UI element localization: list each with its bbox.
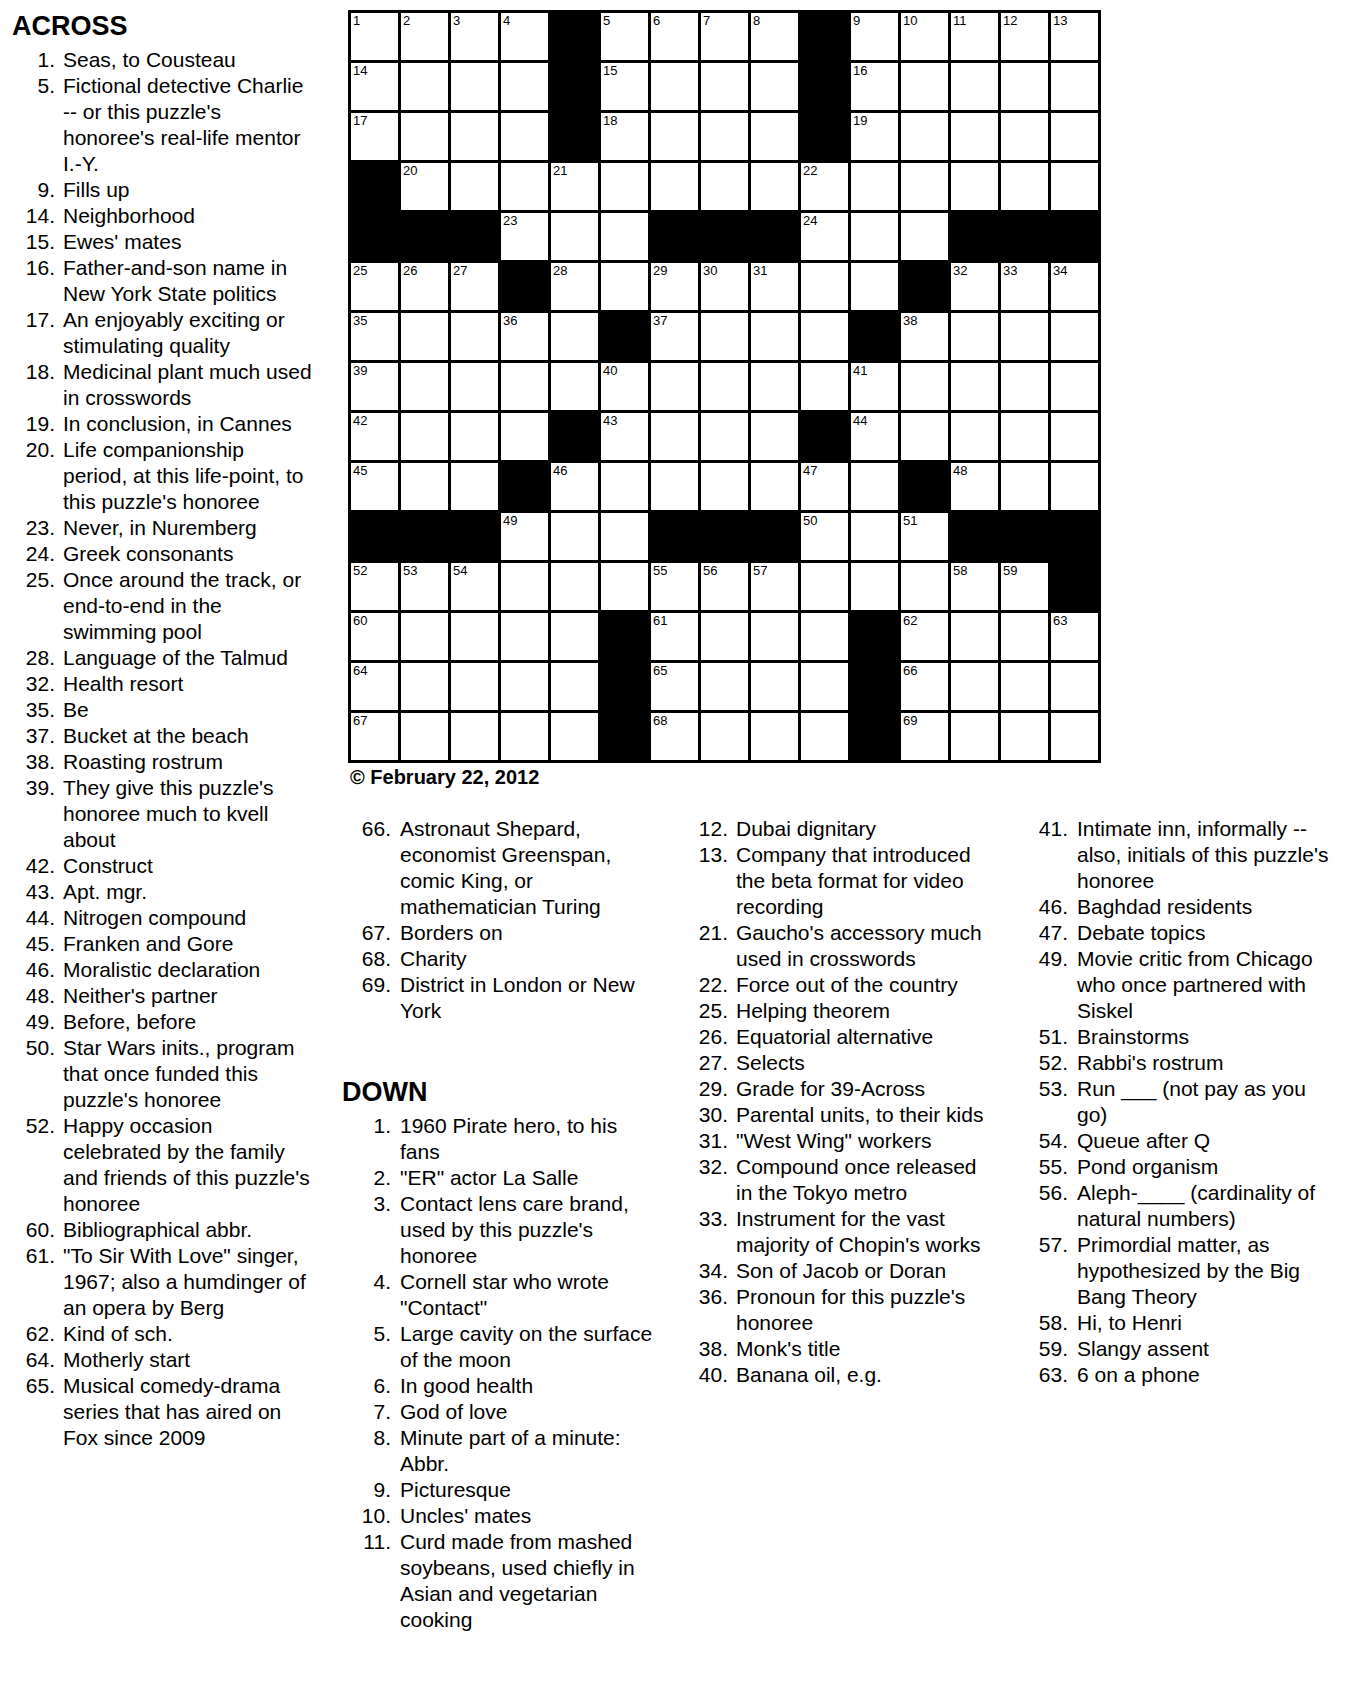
grid-cell[interactable] <box>1051 363 1098 410</box>
grid-cell[interactable] <box>851 513 898 560</box>
grid-cell[interactable]: 26 <box>401 263 448 310</box>
grid-cell[interactable] <box>1051 63 1098 110</box>
grid-cell[interactable]: 57 <box>751 563 798 610</box>
grid-cell[interactable]: 51 <box>901 513 948 560</box>
down-header: DOWN <box>342 1078 662 1106</box>
clue-text: Parental units, to their kids <box>736 1102 985 1128</box>
clue-text: Star Wars inits., program that once fund… <box>63 1035 312 1113</box>
grid-cell[interactable] <box>501 413 548 460</box>
grid-cell[interactable]: 28 <box>551 263 598 310</box>
grid-cell[interactable] <box>851 463 898 510</box>
cell-number: 56 <box>703 563 717 578</box>
grid-cell[interactable] <box>701 663 748 710</box>
grid-cell[interactable] <box>601 563 648 610</box>
clue-down-38: 38.Monk's title <box>649 1336 985 1362</box>
grid-cell[interactable]: 67 <box>351 713 398 760</box>
grid-cell[interactable]: 12 <box>1001 13 1048 60</box>
grid-cell[interactable]: 19 <box>851 113 898 160</box>
clue-text: Gaucho's accessory much used in crosswor… <box>736 920 985 972</box>
grid-cell[interactable] <box>501 713 548 760</box>
cell-number: 35 <box>353 313 367 328</box>
clue-across-23: 23.Never, in Nuremberg <box>10 515 312 541</box>
clue-text: Primordial matter, as hypothesized by th… <box>1077 1232 1336 1310</box>
cell-number: 39 <box>353 363 367 378</box>
grid-cell[interactable] <box>801 363 848 410</box>
clue-number: 56. <box>958 1180 1077 1206</box>
clue-text: Hi, to Henri <box>1077 1310 1336 1336</box>
clue-across-68: 68.Charity <box>340 946 662 972</box>
block-cell <box>851 713 898 760</box>
grid-cell[interactable]: 27 <box>451 263 498 310</box>
cell-number: 31 <box>753 263 767 278</box>
clue-number: 31. <box>649 1128 736 1154</box>
grid-cell[interactable] <box>401 413 448 460</box>
grid-cell[interactable] <box>951 63 998 110</box>
grid-cell[interactable]: 13 <box>1051 13 1098 60</box>
grid-cell[interactable]: 54 <box>451 563 498 610</box>
grid-cell[interactable]: 20 <box>401 163 448 210</box>
cell-number: 63 <box>1053 613 1067 628</box>
grid-cell[interactable] <box>451 313 498 360</box>
grid-cell[interactable] <box>601 213 648 260</box>
grid-cell[interactable] <box>551 513 598 560</box>
grid-cell[interactable] <box>1051 713 1098 760</box>
grid-cell[interactable] <box>501 113 548 160</box>
grid-cell[interactable] <box>901 563 948 610</box>
grid-cell[interactable] <box>1001 663 1048 710</box>
block-cell <box>601 613 648 660</box>
clue-text: Large cavity on the surface of the moon <box>400 1321 662 1373</box>
grid-cell[interactable]: 68 <box>651 713 698 760</box>
grid-cell[interactable] <box>501 663 548 710</box>
clue-number: 27. <box>649 1050 736 1076</box>
grid-cell[interactable] <box>601 513 648 560</box>
clue-across-69: 69.District in London or New York <box>340 972 662 1024</box>
grid-cell[interactable]: 11 <box>951 13 998 60</box>
clue-across-49: 49.Before, before <box>10 1009 312 1035</box>
grid-cell[interactable] <box>551 363 598 410</box>
grid-cell[interactable] <box>451 463 498 510</box>
grid-cell[interactable]: 23 <box>501 213 548 260</box>
grid-cell[interactable] <box>451 163 498 210</box>
grid-cell[interactable] <box>401 113 448 160</box>
grid-cell[interactable] <box>751 613 798 660</box>
grid-cell[interactable] <box>1051 163 1098 210</box>
grid-cell[interactable]: 46 <box>551 463 598 510</box>
grid-cell[interactable]: 37 <box>651 313 698 360</box>
clue-down-55: 55.Pond organism <box>958 1154 1336 1180</box>
grid-cell[interactable]: 44 <box>851 413 898 460</box>
grid-cell[interactable]: 35 <box>351 313 398 360</box>
down-clue-list-1: 1.1960 Pirate hero, to his fans2."ER" ac… <box>340 1113 662 1633</box>
cell-number: 36 <box>503 313 517 328</box>
grid-cell[interactable] <box>1051 113 1098 160</box>
clue-number: 60. <box>10 1217 63 1243</box>
clue-text: Brainstorms <box>1077 1024 1336 1050</box>
grid-cell[interactable] <box>601 163 648 210</box>
clue-number: 57. <box>958 1232 1077 1258</box>
clue-down-1: 1.1960 Pirate hero, to his fans <box>340 1113 662 1165</box>
grid-cell[interactable]: 21 <box>551 163 598 210</box>
clue-across-17: 17.An enjoyably exciting or stimulating … <box>10 307 312 359</box>
cell-number: 20 <box>403 163 417 178</box>
grid-cell[interactable]: 65 <box>651 663 698 710</box>
grid-cell[interactable] <box>401 363 448 410</box>
grid-cell[interactable] <box>551 663 598 710</box>
grid-cell[interactable]: 14 <box>351 63 398 110</box>
clue-number: 25. <box>649 998 736 1024</box>
clue-text: District in London or New York <box>400 972 662 1024</box>
grid-cell[interactable]: 61 <box>651 613 698 660</box>
clue-number: 67. <box>340 920 400 946</box>
grid-cell[interactable] <box>401 713 448 760</box>
grid-cell[interactable] <box>451 663 498 710</box>
grid-cell[interactable]: 47 <box>801 463 848 510</box>
grid-cell[interactable] <box>801 713 848 760</box>
grid-cell[interactable]: 22 <box>801 163 848 210</box>
grid-cell[interactable]: 5 <box>601 13 648 60</box>
block-cell <box>601 663 648 710</box>
clue-down-25: 25.Helping theorem <box>649 998 985 1024</box>
grid-cell[interactable] <box>1001 413 1048 460</box>
cell-number: 47 <box>803 463 817 478</box>
clue-number: 54. <box>958 1128 1077 1154</box>
grid-cell[interactable] <box>501 613 548 660</box>
clue-down-59: 59.Slangy assent <box>958 1336 1336 1362</box>
grid-cell[interactable]: 39 <box>351 363 398 410</box>
grid-cell[interactable]: 52 <box>351 563 398 610</box>
grid-cell[interactable] <box>701 113 748 160</box>
grid-cell[interactable]: 31 <box>751 263 798 310</box>
block-cell <box>351 163 398 210</box>
grid-cell[interactable]: 33 <box>1001 263 1048 310</box>
grid-cell[interactable] <box>701 313 748 360</box>
grid-cell[interactable]: 16 <box>851 63 898 110</box>
block-cell <box>401 213 448 260</box>
grid-cell[interactable] <box>901 413 948 460</box>
clue-column-3: 12.Dubai dignitary13.Company that introd… <box>649 816 985 1388</box>
clue-number: 61. <box>10 1243 63 1269</box>
clue-number: 46. <box>10 957 63 983</box>
grid-cell[interactable] <box>1001 613 1048 660</box>
grid-cell[interactable] <box>401 313 448 360</box>
grid-cell[interactable] <box>751 113 798 160</box>
grid-cell[interactable] <box>551 213 598 260</box>
grid-cell[interactable] <box>901 63 948 110</box>
grid-cell[interactable]: 45 <box>351 463 398 510</box>
grid-cell[interactable]: 60 <box>351 613 398 660</box>
grid-cell[interactable] <box>951 613 998 660</box>
clue-text: Life companionship period, at this life-… <box>63 437 312 515</box>
clue-number: 37. <box>10 723 63 749</box>
grid-cell[interactable]: 32 <box>951 263 998 310</box>
grid-cell[interactable] <box>851 563 898 610</box>
grid-cell[interactable]: 59 <box>1001 563 1048 610</box>
grid-cell[interactable] <box>851 213 898 260</box>
grid-cell[interactable]: 38 <box>901 313 948 360</box>
clue-number: 33. <box>649 1206 736 1232</box>
clue-down-31: 31."West Wing" workers <box>649 1128 985 1154</box>
clue-across-35: 35.Be <box>10 697 312 723</box>
grid-cell[interactable] <box>751 63 798 110</box>
grid-cell[interactable] <box>451 613 498 660</box>
clue-text: Monk's title <box>736 1336 985 1362</box>
clue-number: 13. <box>649 842 736 868</box>
grid-cell[interactable] <box>401 63 448 110</box>
grid-cell[interactable]: 49 <box>501 513 548 560</box>
cell-number: 67 <box>353 713 367 728</box>
clue-text: Be <box>63 697 312 723</box>
grid-cell[interactable] <box>751 313 798 360</box>
down-clue-list-3: 41.Intimate inn, informally -- also, ini… <box>958 816 1336 1388</box>
grid-cell[interactable]: 69 <box>901 713 948 760</box>
grid-cell[interactable] <box>451 413 498 460</box>
clue-down-9: 9.Picturesque <box>340 1477 662 1503</box>
clue-down-30: 30.Parental units, to their kids <box>649 1102 985 1128</box>
clue-across-37: 37.Bucket at the beach <box>10 723 312 749</box>
grid-cell[interactable] <box>551 713 598 760</box>
grid-cell[interactable] <box>651 63 698 110</box>
grid-cell[interactable] <box>551 613 598 660</box>
grid-cell[interactable] <box>1051 463 1098 510</box>
grid-cell[interactable] <box>901 163 948 210</box>
grid-cell[interactable]: 24 <box>801 213 848 260</box>
clue-number: 16. <box>10 255 63 281</box>
grid-cell[interactable]: 66 <box>901 663 948 710</box>
grid-cell[interactable] <box>1051 663 1098 710</box>
clue-number: 10. <box>340 1503 400 1529</box>
cell-number: 13 <box>1053 13 1067 28</box>
grid-cell[interactable] <box>651 463 698 510</box>
cell-number: 52 <box>353 563 367 578</box>
grid-cell[interactable] <box>801 613 848 660</box>
grid-cell[interactable]: 1 <box>351 13 398 60</box>
clue-number: 59. <box>958 1336 1077 1362</box>
clue-down-49: 49.Movie critic from Chicago who once pa… <box>958 946 1336 1024</box>
grid-cell[interactable] <box>951 413 998 460</box>
clue-number: 22. <box>649 972 736 998</box>
grid-cell[interactable] <box>451 113 498 160</box>
clue-down-58: 58.Hi, to Henri <box>958 1310 1336 1336</box>
grid-cell[interactable] <box>801 663 848 710</box>
clue-number: 23. <box>10 515 63 541</box>
clue-number: 26. <box>649 1024 736 1050</box>
clue-text: Apt. mgr. <box>63 879 312 905</box>
grid-cell[interactable]: 55 <box>651 563 698 610</box>
cell-number: 59 <box>1003 563 1017 578</box>
grid-cell[interactable]: 42 <box>351 413 398 460</box>
grid-cell[interactable]: 15 <box>601 63 648 110</box>
grid-cell[interactable] <box>651 113 698 160</box>
grid-cell[interactable] <box>501 63 548 110</box>
clue-text: Once around the track, or end-to-end in … <box>63 567 312 645</box>
grid-cell[interactable] <box>501 163 548 210</box>
grid-cell[interactable] <box>401 463 448 510</box>
grid-cell[interactable] <box>901 363 948 410</box>
grid-cell[interactable] <box>951 313 998 360</box>
block-cell <box>451 513 498 560</box>
clue-down-41: 41.Intimate inn, informally -- also, ini… <box>958 816 1336 894</box>
grid-cell[interactable]: 8 <box>751 13 798 60</box>
cell-number: 8 <box>753 13 760 28</box>
block-cell <box>351 513 398 560</box>
grid-cell[interactable]: 7 <box>701 13 748 60</box>
grid-cell[interactable] <box>451 63 498 110</box>
grid-cell[interactable] <box>701 463 748 510</box>
clue-text: "West Wing" workers <box>736 1128 985 1154</box>
grid-cell[interactable] <box>701 613 748 660</box>
grid-cell[interactable]: 18 <box>601 113 648 160</box>
clue-text: 6 on a phone <box>1077 1362 1336 1388</box>
grid-cell[interactable] <box>951 663 998 710</box>
clue-down-12: 12.Dubai dignitary <box>649 816 985 842</box>
grid-cell[interactable] <box>901 113 948 160</box>
block-cell <box>401 513 448 560</box>
clue-number: 65. <box>10 1373 63 1399</box>
grid-cell[interactable] <box>651 163 698 210</box>
clue-number: 46. <box>958 894 1077 920</box>
clue-down-36: 36.Pronoun for this puzzle's honoree <box>649 1284 985 1336</box>
cell-number: 46 <box>553 463 567 478</box>
grid-cell[interactable]: 2 <box>401 13 448 60</box>
cell-number: 21 <box>553 163 567 178</box>
grid-cell[interactable]: 6 <box>651 13 698 60</box>
grid-cell[interactable] <box>701 713 748 760</box>
grid-cell[interactable] <box>551 563 598 610</box>
grid-cell[interactable]: 36 <box>501 313 548 360</box>
grid-cell[interactable] <box>751 663 798 710</box>
grid-cell[interactable]: 63 <box>1051 613 1098 660</box>
grid-cell[interactable]: 62 <box>901 613 948 660</box>
clue-number: 24. <box>10 541 63 567</box>
grid-cell[interactable] <box>751 163 798 210</box>
clue-text: God of love <box>400 1399 662 1425</box>
grid-cell[interactable] <box>1001 713 1048 760</box>
clue-down-26: 26.Equatorial alternative <box>649 1024 985 1050</box>
grid-cell[interactable]: 58 <box>951 563 998 610</box>
grid-cell[interactable] <box>451 363 498 410</box>
clue-column-4: 41.Intimate inn, informally -- also, ini… <box>958 816 1336 1388</box>
grid-cell[interactable]: 10 <box>901 13 948 60</box>
clue-number: 2. <box>340 1165 400 1191</box>
grid-cell[interactable]: 41 <box>851 363 898 410</box>
block-cell <box>901 463 948 510</box>
across-clue-list-tail: 66.Astronaut Shepard, economist Greenspa… <box>340 816 662 1024</box>
clue-text: Roasting rostrum <box>63 749 312 775</box>
grid-cell[interactable] <box>701 63 748 110</box>
grid-cell[interactable] <box>601 463 648 510</box>
block-cell <box>651 213 698 260</box>
clue-number: 5. <box>10 73 63 99</box>
grid-cell[interactable] <box>1001 113 1048 160</box>
grid-cell[interactable] <box>951 113 998 160</box>
clue-number: 38. <box>10 749 63 775</box>
clue-text: Bucket at the beach <box>63 723 312 749</box>
grid-cell[interactable] <box>951 713 998 760</box>
grid-cell[interactable] <box>901 213 948 260</box>
clue-across-66: 66.Astronaut Shepard, economist Greenspa… <box>340 816 662 920</box>
grid-cell[interactable] <box>401 613 448 660</box>
grid-cell[interactable]: 4 <box>501 13 548 60</box>
clue-across-5: 5.Fictional detective Charlie -- or this… <box>10 73 312 177</box>
clue-text: Neighborhood <box>63 203 312 229</box>
clue-number: 63. <box>958 1362 1077 1388</box>
block-cell <box>851 313 898 360</box>
grid-cell[interactable] <box>1051 313 1098 360</box>
grid-cell[interactable] <box>1001 363 1048 410</box>
clue-number: 7. <box>340 1399 400 1425</box>
grid-cell[interactable] <box>401 663 448 710</box>
grid-cell[interactable] <box>951 163 998 210</box>
clue-number: 1. <box>340 1113 400 1139</box>
clue-number: 47. <box>958 920 1077 946</box>
clue-across-18: 18.Medicinal plant much used in crosswor… <box>10 359 312 411</box>
grid-cell[interactable] <box>651 413 698 460</box>
clue-text: Borders on <box>400 920 662 946</box>
clue-text: Run ___ (not pay as you go) <box>1077 1076 1336 1128</box>
grid-cell[interactable]: 29 <box>651 263 698 310</box>
clue-text: Baghdad residents <box>1077 894 1336 920</box>
clue-number: 8. <box>340 1425 400 1451</box>
grid-cell[interactable]: 25 <box>351 263 398 310</box>
grid-cell[interactable]: 53 <box>401 563 448 610</box>
clue-number: 25. <box>10 567 63 593</box>
grid-cell[interactable] <box>701 163 748 210</box>
grid-cell[interactable]: 56 <box>701 563 748 610</box>
grid-cell[interactable]: 50 <box>801 513 848 560</box>
grid-cell[interactable] <box>501 363 548 410</box>
grid-cell[interactable] <box>601 263 648 310</box>
grid-cell[interactable] <box>751 363 798 410</box>
clue-number: 49. <box>958 946 1077 972</box>
grid-cell[interactable] <box>651 363 698 410</box>
grid-cell[interactable] <box>701 413 748 460</box>
grid-cell[interactable]: 34 <box>1051 263 1098 310</box>
grid-cell[interactable] <box>1001 63 1048 110</box>
grid-cell[interactable] <box>751 413 798 460</box>
grid-cell[interactable]: 40 <box>601 363 648 410</box>
grid-cell[interactable] <box>1051 413 1098 460</box>
grid-cell[interactable] <box>1001 463 1048 510</box>
grid-cell[interactable] <box>551 313 598 360</box>
clue-text: Queue after Q <box>1077 1128 1336 1154</box>
grid-cell[interactable] <box>501 563 548 610</box>
grid-cell[interactable] <box>951 363 998 410</box>
grid-cell[interactable] <box>801 263 848 310</box>
grid-cell[interactable] <box>451 713 498 760</box>
grid-cell[interactable] <box>801 313 848 360</box>
grid-cell[interactable]: 64 <box>351 663 398 710</box>
grid-cell[interactable]: 30 <box>701 263 748 310</box>
grid-cell[interactable]: 48 <box>951 463 998 510</box>
clue-number: 5. <box>340 1321 400 1347</box>
grid-cell[interactable] <box>751 713 798 760</box>
across-clue-list: 1.Seas, to Cousteau5.Fictional detective… <box>10 47 312 1451</box>
grid-cell[interactable] <box>751 463 798 510</box>
grid-cell[interactable] <box>851 263 898 310</box>
grid-cell[interactable] <box>801 563 848 610</box>
grid-cell[interactable] <box>851 163 898 210</box>
grid-cell[interactable] <box>1001 163 1048 210</box>
grid-cell[interactable]: 43 <box>601 413 648 460</box>
grid-cell[interactable]: 3 <box>451 13 498 60</box>
clue-number: 51. <box>958 1024 1077 1050</box>
grid-cell[interactable]: 17 <box>351 113 398 160</box>
grid-cell[interactable]: 9 <box>851 13 898 60</box>
grid-cell[interactable] <box>701 363 748 410</box>
block-cell <box>551 413 598 460</box>
grid-cell[interactable] <box>1001 313 1048 360</box>
